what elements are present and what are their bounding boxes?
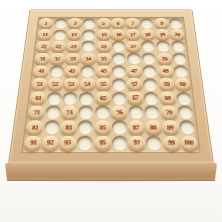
cell-r3c7[interactable]: 27 <box>126 41 141 53</box>
tile-number: 81 <box>31 124 38 131</box>
tile-81[interactable]: 81 <box>26 120 44 135</box>
tile-number: 19 <box>159 32 166 37</box>
cell-r1c1[interactable]: 1 <box>38 18 54 29</box>
cell-r5c7[interactable]: 47 <box>126 65 142 78</box>
cell-r6c4[interactable]: 54 <box>79 78 95 91</box>
tile-number: 71 <box>33 109 39 116</box>
cell-r7c8[interactable] <box>143 91 160 105</box>
tile-60[interactable]: 60 <box>174 78 191 91</box>
tile-number: 15 <box>101 32 107 37</box>
tile-number: 43 <box>69 68 76 74</box>
tile-number: 39 <box>161 56 167 62</box>
empty-recess <box>112 78 126 90</box>
cell-r9c1[interactable]: 81 <box>25 120 44 135</box>
tile-7[interactable]: 7 <box>126 18 140 29</box>
tile-number: 18 <box>144 32 150 37</box>
empty-recess <box>142 53 156 64</box>
perspective-scene: 1356791113151617181920212223252731323334… <box>0 0 222 222</box>
tile-number: 35 <box>100 56 106 62</box>
cell-r4c6[interactable] <box>111 52 126 64</box>
cell-r4c10[interactable] <box>171 52 188 64</box>
tile-number: 22 <box>55 44 62 50</box>
cell-r5c2[interactable] <box>48 65 65 78</box>
tile-number: 89 <box>167 124 174 131</box>
tile-16[interactable]: 16 <box>111 29 125 40</box>
tile-number: 25 <box>101 44 107 49</box>
tile-52[interactable]: 52 <box>47 78 63 91</box>
cell-r10c10[interactable]: 100 <box>179 135 198 151</box>
cell-r9c4[interactable] <box>77 120 94 135</box>
tile-23[interactable]: 23 <box>66 41 81 52</box>
tile-11[interactable]: 11 <box>37 29 52 40</box>
tile-number: 85 <box>99 124 105 131</box>
empty-recess <box>156 41 170 52</box>
tile-87[interactable]: 87 <box>128 120 145 135</box>
tile-20[interactable]: 20 <box>170 29 185 40</box>
cell-r2c3[interactable]: 13 <box>67 29 82 40</box>
empty-recess <box>77 136 93 150</box>
cell-r10c1[interactable]: 91 <box>24 135 43 151</box>
cell-r4c5[interactable]: 35 <box>96 52 111 64</box>
empty-recess <box>63 92 78 105</box>
empty-recess <box>169 19 183 29</box>
cell-r1c10[interactable] <box>168 18 184 29</box>
tile-55[interactable]: 55 <box>95 78 110 91</box>
tile-number: 31 <box>39 56 45 61</box>
tile-57[interactable]: 57 <box>127 78 143 91</box>
tile-61[interactable]: 61 <box>29 91 46 104</box>
tile-47[interactable]: 47 <box>127 65 142 77</box>
cell-r4c9[interactable]: 39 <box>156 52 172 64</box>
tile-number: 79 <box>166 109 172 116</box>
tile-number: 11 <box>42 32 47 37</box>
empty-recess <box>112 92 127 105</box>
cell-r6c9[interactable]: 59 <box>158 78 175 91</box>
tile-45[interactable]: 45 <box>96 65 111 77</box>
cell-r1c3[interactable]: 3 <box>67 18 82 29</box>
cell-r1c2[interactable] <box>53 18 68 29</box>
cell-r5c3[interactable]: 43 <box>64 65 80 78</box>
tile-number: 13 <box>72 32 77 37</box>
tile-18[interactable]: 18 <box>140 29 155 40</box>
cell-r8c6[interactable]: 76 <box>111 105 128 120</box>
empty-recess <box>80 65 94 77</box>
cell-r7c6[interactable] <box>111 91 127 105</box>
cell-r8c1[interactable]: 71 <box>27 105 45 120</box>
tile-95[interactable]: 95 <box>94 135 111 150</box>
cell-r10c3[interactable]: 93 <box>59 135 77 151</box>
tile-73[interactable]: 73 <box>61 105 78 119</box>
empty-recess <box>83 19 96 29</box>
cell-r2c7[interactable]: 17 <box>126 29 141 40</box>
tile-85[interactable]: 85 <box>94 120 110 135</box>
cell-r5c6[interactable] <box>111 65 127 78</box>
empty-recess <box>112 65 126 77</box>
empty-recess <box>112 121 127 135</box>
cell-r6c3[interactable]: 53 <box>63 78 80 91</box>
tile-number: 60 <box>179 81 185 87</box>
cell-r4c7[interactable] <box>126 52 142 64</box>
empty-recess <box>173 65 188 77</box>
tile-number: 67 <box>132 95 138 101</box>
cell-r4c3[interactable]: 33 <box>65 52 81 64</box>
empty-recess <box>53 30 67 40</box>
tile-49[interactable]: 49 <box>158 65 174 77</box>
empty-recess <box>46 92 62 105</box>
empty-recess <box>82 30 96 40</box>
tile-number: 1 <box>44 21 48 26</box>
tile-number: 16 <box>115 32 121 37</box>
tile-92[interactable]: 92 <box>41 135 59 150</box>
empty-recess <box>95 106 110 119</box>
tile-number: 6 <box>117 21 120 26</box>
tile-number: 32 <box>55 56 61 61</box>
tile-number: 100 <box>184 139 194 146</box>
cell-r3c3[interactable]: 23 <box>66 41 82 53</box>
tile-89[interactable]: 89 <box>162 120 179 135</box>
empty-recess <box>79 92 94 105</box>
cell-r7c4[interactable] <box>78 91 95 105</box>
tile-13[interactable]: 13 <box>67 29 82 40</box>
empty-recess <box>140 19 154 29</box>
tile-6[interactable]: 6 <box>111 18 125 29</box>
cell-r9c2[interactable] <box>43 120 61 135</box>
tile-number: 53 <box>68 81 74 87</box>
cell-r1c8[interactable] <box>140 18 155 29</box>
board-front-edge <box>5 163 217 181</box>
cell-r5c1[interactable]: 41 <box>32 65 49 78</box>
cell-r2c1[interactable]: 11 <box>37 29 53 40</box>
tile-number: 52 <box>52 81 58 87</box>
cell-r10c9[interactable]: 99 <box>162 135 181 151</box>
empty-recess <box>49 65 64 77</box>
tile-number: 17 <box>130 32 136 37</box>
tile-number: 51 <box>36 81 42 87</box>
tile-number: 20 <box>174 32 180 37</box>
empty-recess <box>172 53 187 64</box>
tile-79[interactable]: 79 <box>161 105 178 119</box>
tile-59[interactable]: 59 <box>159 78 175 91</box>
cell-r2c8[interactable]: 18 <box>140 29 155 40</box>
product-photo: 1356791113151617181920212223252731323334… <box>0 0 222 222</box>
cell-r1c7[interactable]: 7 <box>125 18 140 29</box>
tile-43[interactable]: 43 <box>64 65 80 77</box>
tile-53[interactable]: 53 <box>63 78 79 91</box>
cell-r1c9[interactable]: 9 <box>154 18 169 29</box>
cell-r2c2[interactable] <box>52 29 68 40</box>
cell-r6c2[interactable]: 52 <box>47 78 64 91</box>
tile-65[interactable]: 65 <box>95 91 111 104</box>
cell-r4c4[interactable]: 34 <box>80 52 96 64</box>
empty-recess <box>146 136 162 150</box>
cell-r10c8[interactable] <box>145 135 163 151</box>
tile-93[interactable]: 93 <box>59 135 76 150</box>
cell-r6c1[interactable]: 51 <box>31 78 48 91</box>
tile-91[interactable]: 91 <box>24 135 42 150</box>
tile-35[interactable]: 35 <box>96 53 111 65</box>
cell-r7c10[interactable] <box>175 91 193 105</box>
empty-recess <box>179 121 196 135</box>
empty-recess <box>78 121 94 135</box>
cell-r8c4[interactable] <box>78 105 95 120</box>
tile-number: 54 <box>84 81 90 87</box>
empty-recess <box>143 78 158 90</box>
tile-41[interactable]: 41 <box>33 65 49 77</box>
tile-34[interactable]: 34 <box>81 53 96 65</box>
tile-67[interactable]: 67 <box>127 91 143 104</box>
tile-number: 45 <box>100 68 106 74</box>
cell-r3c10[interactable] <box>170 41 186 53</box>
tile-number: 99 <box>168 139 175 146</box>
empty-recess <box>44 121 60 135</box>
empty-recess <box>78 106 93 119</box>
cell-r5c8[interactable] <box>142 65 158 78</box>
empty-recess <box>127 53 141 64</box>
cell-r10c7[interactable]: 97 <box>128 135 146 151</box>
tile-number: 95 <box>99 139 106 147</box>
tile-number: 73 <box>66 109 72 116</box>
tile-9[interactable]: 9 <box>154 18 169 29</box>
cell-r5c10[interactable] <box>173 65 190 78</box>
cell-r4c8[interactable] <box>141 52 157 64</box>
tile-number: 41 <box>37 68 44 74</box>
cell-r5c5[interactable]: 45 <box>95 65 111 78</box>
tile-number: 91 <box>30 139 36 146</box>
empty-recess <box>112 53 126 64</box>
cell-r7c2[interactable] <box>45 91 62 105</box>
empty-recess <box>144 92 159 105</box>
cell-r3c6[interactable] <box>111 41 126 53</box>
cell-r6c7[interactable]: 57 <box>127 78 143 91</box>
cell-r6c5[interactable]: 55 <box>95 78 111 91</box>
cell-r8c7[interactable] <box>127 105 144 120</box>
tile-number: 21 <box>40 44 47 50</box>
tile-76[interactable]: 76 <box>111 105 127 119</box>
cell-r3c1[interactable]: 21 <box>35 41 51 53</box>
tile-number: 33 <box>70 56 76 62</box>
cell-r9c10[interactable] <box>178 120 197 135</box>
tile-33[interactable]: 33 <box>65 53 80 65</box>
cell-r10c4[interactable] <box>76 135 94 151</box>
tile-number: 92 <box>47 139 54 146</box>
tile-number: 59 <box>163 81 169 87</box>
tile-number: 87 <box>133 124 140 131</box>
cell-r8c5[interactable] <box>94 105 111 120</box>
cell-r3c8[interactable] <box>141 41 157 53</box>
cell-r9c8[interactable]: 88 <box>144 120 162 135</box>
cell-r2c6[interactable]: 16 <box>111 29 126 40</box>
tile-number: 34 <box>85 56 91 62</box>
cell-r3c2[interactable]: 22 <box>51 41 67 53</box>
cell-r6c6[interactable] <box>111 78 127 91</box>
tile-3[interactable]: 3 <box>68 18 82 29</box>
cell-r8c3[interactable]: 73 <box>61 105 78 120</box>
cell-r8c9[interactable]: 79 <box>160 105 178 120</box>
tile-21[interactable]: 21 <box>36 41 52 52</box>
tile-88[interactable]: 88 <box>145 120 162 135</box>
tile-22[interactable]: 22 <box>51 41 66 52</box>
tile-51[interactable]: 51 <box>31 78 48 91</box>
cell-r4c1[interactable]: 31 <box>34 52 51 64</box>
tile-number: 3 <box>73 21 77 26</box>
tile-number: 97 <box>133 139 140 146</box>
cell-r9c5[interactable]: 85 <box>94 120 111 135</box>
cell-r10c2[interactable]: 92 <box>41 135 60 151</box>
cell-r9c6[interactable] <box>111 120 128 135</box>
empty-recess <box>143 65 158 77</box>
tile-number: 69 <box>164 95 171 101</box>
cell-r6c8[interactable] <box>142 78 159 91</box>
cell-r1c4[interactable] <box>82 18 97 29</box>
empty-recess <box>141 41 155 52</box>
tile-19[interactable]: 19 <box>155 29 170 40</box>
empty-recess <box>112 41 126 52</box>
tile-32[interactable]: 32 <box>50 53 66 65</box>
hundred-board: 1356791113151617181920212223252731323334… <box>8 10 214 164</box>
tile-54[interactable]: 54 <box>79 78 95 91</box>
tile-number: 65 <box>100 95 106 101</box>
tile-83[interactable]: 83 <box>60 120 77 135</box>
tile-25[interactable]: 25 <box>96 41 110 52</box>
cell-r10c6[interactable] <box>111 135 128 151</box>
cell-r2c9[interactable]: 19 <box>155 29 171 40</box>
empty-recess <box>54 19 68 29</box>
cell-r3c5[interactable]: 25 <box>96 41 111 53</box>
cell-r2c5[interactable]: 15 <box>96 29 111 40</box>
cell-r8c8[interactable] <box>144 105 161 120</box>
tile-number: 83 <box>65 124 72 131</box>
cell-r8c10[interactable] <box>177 105 195 120</box>
tile-100[interactable]: 100 <box>180 135 198 150</box>
tile-number: 93 <box>64 139 71 146</box>
empty-recess <box>82 41 96 52</box>
tile-number: 9 <box>160 21 163 26</box>
tile-1[interactable]: 1 <box>39 18 54 29</box>
cell-r2c4[interactable] <box>81 29 96 40</box>
empty-recess <box>112 136 128 150</box>
cell-r7c5[interactable]: 65 <box>95 91 111 105</box>
cell-r3c4[interactable] <box>81 41 96 53</box>
tile-99[interactable]: 99 <box>163 135 181 150</box>
empty-recess <box>176 92 192 105</box>
tile-number: 55 <box>100 81 107 87</box>
tile-97[interactable]: 97 <box>128 135 145 150</box>
tile-number: 61 <box>34 95 41 101</box>
cell-r7c9[interactable]: 69 <box>159 91 176 105</box>
empty-recess <box>45 106 61 119</box>
tile-17[interactable]: 17 <box>126 29 140 40</box>
empty-recess <box>171 41 186 52</box>
tile-15[interactable]: 15 <box>97 29 111 40</box>
cell-r7c7[interactable]: 67 <box>127 91 144 105</box>
tile-5[interactable]: 5 <box>97 18 111 29</box>
tile-number: 88 <box>150 124 157 131</box>
cell-r2c10[interactable]: 20 <box>169 29 185 40</box>
cell-r9c9[interactable]: 89 <box>161 120 179 135</box>
empty-recess <box>128 106 143 119</box>
tile-39[interactable]: 39 <box>157 53 173 65</box>
board-grid: 1356791113151617181920212223252731323334… <box>21 17 200 153</box>
cell-r8c2[interactable] <box>44 105 62 120</box>
cell-r1c6[interactable]: 6 <box>111 18 126 29</box>
tile-number: 23 <box>70 44 76 49</box>
tile-71[interactable]: 71 <box>28 105 45 119</box>
empty-recess <box>145 106 161 119</box>
tile-number: 47 <box>131 68 137 74</box>
cell-r9c3[interactable]: 83 <box>60 120 78 135</box>
tile-number: 5 <box>102 21 105 26</box>
tile-number: 57 <box>131 81 138 87</box>
cell-r1c5[interactable]: 5 <box>96 18 111 29</box>
cell-r5c9[interactable]: 49 <box>157 65 174 78</box>
cell-r10c5[interactable]: 95 <box>94 135 111 151</box>
cell-r3c9[interactable] <box>155 41 171 53</box>
tile-number: 27 <box>131 44 137 49</box>
tile-31[interactable]: 31 <box>34 53 50 65</box>
tile-27[interactable]: 27 <box>126 41 141 52</box>
cell-r6c10[interactable]: 60 <box>174 78 191 91</box>
cell-r7c1[interactable]: 61 <box>29 91 47 105</box>
tile-number: 49 <box>162 68 168 74</box>
cell-r4c2[interactable]: 32 <box>49 52 65 64</box>
cell-r5c4[interactable] <box>80 65 96 78</box>
tile-69[interactable]: 69 <box>159 91 176 104</box>
tile-number: 7 <box>131 21 134 26</box>
cell-r7c3[interactable] <box>62 91 79 105</box>
tile-number: 76 <box>116 109 123 116</box>
cell-r9c7[interactable]: 87 <box>128 120 145 135</box>
empty-recess <box>177 106 193 119</box>
